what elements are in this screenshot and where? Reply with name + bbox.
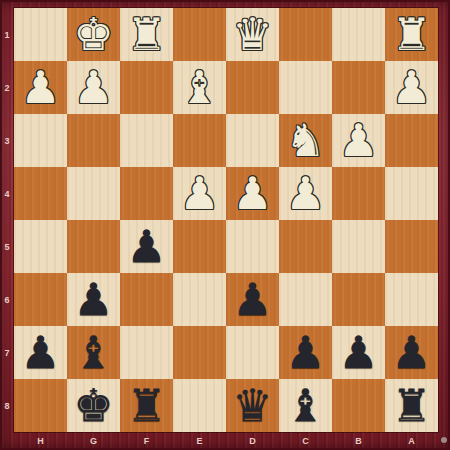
square-b7[interactable]: ♟: [332, 326, 385, 379]
rank-labels: 12345678: [0, 8, 14, 432]
square-b6[interactable]: [332, 273, 385, 326]
square-b2[interactable]: [332, 61, 385, 114]
square-c5[interactable]: [279, 220, 332, 273]
white-king[interactable]: ♚: [73, 8, 113, 61]
square-b1[interactable]: [332, 8, 385, 61]
square-e6[interactable]: [173, 273, 226, 326]
square-g1[interactable]: ♚: [67, 8, 120, 61]
square-e7[interactable]: [173, 326, 226, 379]
black-king[interactable]: ♚: [73, 379, 113, 432]
rank-label-6: 6: [0, 273, 14, 326]
square-c3[interactable]: ♞: [279, 114, 332, 167]
square-f4[interactable]: [120, 167, 173, 220]
file-label-f: F: [120, 432, 173, 450]
square-g3[interactable]: [67, 114, 120, 167]
chess-board-frame: ♚♜♛♜♟♟♝♟♞♟♟♟♟♟♟♟♟♝♟♟♟♚♜♛♝♜ 12345678 HGFE…: [0, 0, 450, 450]
square-d5[interactable]: [226, 220, 279, 273]
black-pawn[interactable]: ♟: [232, 273, 272, 326]
rank-label-5: 5: [0, 220, 14, 273]
square-a1[interactable]: ♜: [385, 8, 438, 61]
square-a8[interactable]: ♜: [385, 379, 438, 432]
square-h7[interactable]: ♟: [14, 326, 67, 379]
square-e4[interactable]: ♟: [173, 167, 226, 220]
square-d6[interactable]: ♟: [226, 273, 279, 326]
square-e5[interactable]: [173, 220, 226, 273]
square-f8[interactable]: ♜: [120, 379, 173, 432]
black-queen[interactable]: ♛: [232, 379, 272, 432]
square-e3[interactable]: [173, 114, 226, 167]
white-pawn[interactable]: ♟: [232, 167, 272, 220]
rank-label-2: 2: [0, 61, 14, 114]
square-g4[interactable]: [67, 167, 120, 220]
corner-dot: [441, 437, 447, 443]
white-pawn[interactable]: ♟: [391, 61, 431, 114]
square-g8[interactable]: ♚: [67, 379, 120, 432]
white-pawn[interactable]: ♟: [285, 167, 325, 220]
square-a6[interactable]: [385, 273, 438, 326]
square-h6[interactable]: [14, 273, 67, 326]
square-e1[interactable]: [173, 8, 226, 61]
file-label-c: C: [279, 432, 332, 450]
chess-board: ♚♜♛♜♟♟♝♟♞♟♟♟♟♟♟♟♟♝♟♟♟♚♜♛♝♜: [14, 8, 438, 432]
black-bishop[interactable]: ♝: [285, 379, 325, 432]
file-label-e: E: [173, 432, 226, 450]
square-f1[interactable]: ♜: [120, 8, 173, 61]
square-c2[interactable]: [279, 61, 332, 114]
square-f2[interactable]: [120, 61, 173, 114]
square-f5[interactable]: ♟: [120, 220, 173, 273]
white-knight[interactable]: ♞: [285, 114, 325, 167]
black-pawn[interactable]: ♟: [73, 273, 113, 326]
square-f6[interactable]: [120, 273, 173, 326]
file-label-g: G: [67, 432, 120, 450]
square-e2[interactable]: ♝: [173, 61, 226, 114]
square-a3[interactable]: [385, 114, 438, 167]
square-d1[interactable]: ♛: [226, 8, 279, 61]
white-bishop[interactable]: ♝: [179, 61, 219, 114]
square-h3[interactable]: [14, 114, 67, 167]
square-c6[interactable]: [279, 273, 332, 326]
white-queen[interactable]: ♛: [232, 8, 272, 61]
black-pawn[interactable]: ♟: [338, 326, 378, 379]
square-d8[interactable]: ♛: [226, 379, 279, 432]
square-h8[interactable]: [14, 379, 67, 432]
white-rook[interactable]: ♜: [126, 8, 166, 61]
white-pawn[interactable]: ♟: [73, 61, 113, 114]
square-h5[interactable]: [14, 220, 67, 273]
black-rook[interactable]: ♜: [391, 379, 431, 432]
white-rook[interactable]: ♜: [391, 8, 431, 61]
square-h2[interactable]: ♟: [14, 61, 67, 114]
square-a4[interactable]: [385, 167, 438, 220]
black-pawn[interactable]: ♟: [126, 220, 166, 273]
square-b3[interactable]: ♟: [332, 114, 385, 167]
square-a2[interactable]: ♟: [385, 61, 438, 114]
white-pawn[interactable]: ♟: [338, 114, 378, 167]
square-c4[interactable]: ♟: [279, 167, 332, 220]
square-g7[interactable]: ♝: [67, 326, 120, 379]
black-pawn[interactable]: ♟: [391, 326, 431, 379]
square-h4[interactable]: [14, 167, 67, 220]
square-d7[interactable]: [226, 326, 279, 379]
rank-label-7: 7: [0, 326, 14, 379]
square-d4[interactable]: ♟: [226, 167, 279, 220]
square-f3[interactable]: [120, 114, 173, 167]
black-pawn[interactable]: ♟: [20, 326, 60, 379]
square-b5[interactable]: [332, 220, 385, 273]
square-g6[interactable]: ♟: [67, 273, 120, 326]
rank-label-3: 3: [0, 114, 14, 167]
file-label-d: D: [226, 432, 279, 450]
rank-label-1: 1: [0, 8, 14, 61]
white-pawn[interactable]: ♟: [179, 167, 219, 220]
square-h1[interactable]: [14, 8, 67, 61]
square-b4[interactable]: [332, 167, 385, 220]
file-label-b: B: [332, 432, 385, 450]
square-c1[interactable]: [279, 8, 332, 61]
file-labels: HGFEDCBA: [14, 432, 438, 450]
square-c8[interactable]: ♝: [279, 379, 332, 432]
square-c7[interactable]: ♟: [279, 326, 332, 379]
white-pawn[interactable]: ♟: [20, 61, 60, 114]
square-g2[interactable]: ♟: [67, 61, 120, 114]
square-d3[interactable]: [226, 114, 279, 167]
square-g5[interactable]: [67, 220, 120, 273]
square-a7[interactable]: ♟: [385, 326, 438, 379]
file-label-h: H: [14, 432, 67, 450]
file-label-a: A: [385, 432, 438, 450]
black-pawn[interactable]: ♟: [285, 326, 325, 379]
square-a5[interactable]: [385, 220, 438, 273]
black-bishop[interactable]: ♝: [73, 326, 113, 379]
black-rook[interactable]: ♜: [126, 379, 166, 432]
square-d2[interactable]: [226, 61, 279, 114]
square-e8[interactable]: [173, 379, 226, 432]
square-b8[interactable]: [332, 379, 385, 432]
rank-label-8: 8: [0, 379, 14, 432]
square-f7[interactable]: [120, 326, 173, 379]
rank-label-4: 4: [0, 167, 14, 220]
